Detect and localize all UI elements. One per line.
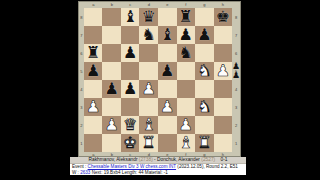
square-d6[interactable] <box>139 44 158 62</box>
square-e1[interactable] <box>158 134 177 152</box>
static-text: Event : <box>72 164 88 169</box>
square-b7[interactable] <box>102 26 121 44</box>
square-f5[interactable] <box>177 62 196 80</box>
info-line: W : 2633 Next: 19.Bxb4 Length: 44 Materi… <box>70 170 246 176</box>
piece-bB[interactable]: ♝ <box>123 8 137 26</box>
square-c4[interactable]: ♟ <box>121 80 140 98</box>
piece-bN[interactable]: ♞ <box>142 26 156 44</box>
square-b4[interactable]: ♟ <box>102 80 121 98</box>
piece-wB[interactable]: ♝ <box>142 116 156 134</box>
square-b6[interactable] <box>102 44 121 62</box>
players-header: Rakhmanov, Aleksandr (2738) - Donchuk, A… <box>70 157 246 164</box>
square-e5[interactable]: ♟ <box>158 62 177 80</box>
square-h4[interactable] <box>214 80 233 98</box>
square-e4[interactable] <box>158 80 177 98</box>
square-f6[interactable]: ♞ <box>177 44 196 62</box>
square-f3[interactable] <box>177 98 196 116</box>
piece-wQ[interactable]: ♛ <box>123 116 137 134</box>
square-d5[interactable] <box>139 62 158 80</box>
square-e8[interactable] <box>158 8 177 26</box>
captured-pawn-icon: ♟ <box>232 71 240 80</box>
square-g4[interactable] <box>195 80 214 98</box>
square-f8[interactable]: ♜ <box>177 8 196 26</box>
piece-bR[interactable]: ♜ <box>179 8 193 26</box>
rank-label-6: 6 <box>232 44 240 62</box>
piece-wK[interactable]: ♚ <box>123 134 137 152</box>
square-h5[interactable]: ♟ <box>214 62 233 80</box>
piece-bB[interactable]: ♝ <box>160 26 174 44</box>
piece-bK[interactable]: ♚ <box>216 8 230 26</box>
static-text: Material: -1 <box>144 170 168 175</box>
square-c3[interactable] <box>121 98 140 116</box>
piece-bP[interactable]: ♟ <box>105 80 119 98</box>
square-c7[interactable] <box>121 26 140 44</box>
square-a4[interactable] <box>84 80 103 98</box>
square-a7[interactable] <box>84 26 103 44</box>
piece-wP[interactable]: ♟ <box>105 116 119 134</box>
white-player-name: Rakhmanov, Aleksandr <box>89 157 138 162</box>
square-d3[interactable] <box>139 98 158 116</box>
square-c8[interactable]: ♝ <box>121 8 140 26</box>
square-d7[interactable]: ♞ <box>139 26 158 44</box>
square-d8[interactable]: ♛ <box>139 8 158 26</box>
square-c2[interactable]: ♛ <box>121 116 140 134</box>
rank-label-4: 4 <box>232 80 240 98</box>
square-f2[interactable]: ♟ <box>177 116 196 134</box>
white-player-rating: (2738) <box>139 157 153 162</box>
piece-wB[interactable]: ♝ <box>179 134 193 152</box>
piece-wP[interactable]: ♟ <box>216 62 230 80</box>
square-a2[interactable] <box>84 116 103 134</box>
square-g7[interactable]: ♟ <box>195 26 214 44</box>
square-g5[interactable]: ♞ <box>195 62 214 80</box>
piece-bN[interactable]: ♞ <box>179 44 193 62</box>
black-player-name: Donchuk, Alexander <box>157 157 200 162</box>
square-e2[interactable] <box>158 116 177 134</box>
static-text: (2023.12.05), Round 2.2, E51 <box>176 164 238 169</box>
square-f7[interactable]: ♟ <box>177 26 196 44</box>
piece-bP[interactable]: ♟ <box>197 26 211 44</box>
square-b1[interactable] <box>102 134 121 152</box>
piece-bP[interactable]: ♟ <box>179 26 193 44</box>
square-h7[interactable] <box>214 26 233 44</box>
rank-label-8: 8 <box>232 8 240 26</box>
piece-wP[interactable]: ♟ <box>160 98 174 116</box>
rank-labels-right: ♟♟ 87654321 <box>232 8 240 152</box>
square-b2[interactable]: ♟ <box>102 116 121 134</box>
piece-bR[interactable]: ♜ <box>86 44 100 62</box>
piece-bQ[interactable]: ♛ <box>142 8 156 26</box>
square-h1[interactable] <box>214 134 233 152</box>
square-h8[interactable]: ♚ <box>214 8 233 26</box>
square-a6[interactable]: ♜ <box>84 44 103 62</box>
square-b3[interactable] <box>102 98 121 116</box>
piece-wP[interactable]: ♟ <box>179 116 193 134</box>
square-c6[interactable]: ♟ <box>121 44 140 62</box>
piece-wR[interactable]: ♜ <box>197 134 211 152</box>
app-window: abcdefgh 87654321 ♝♛♜♚♞♝♟♟♜♟♞♟♟♞♟♟♟♟♟♟♞♟… <box>0 0 320 180</box>
square-g1[interactable]: ♜ <box>195 134 214 152</box>
static-text: Length: 44 <box>121 170 144 175</box>
board-grid: ♝♛♜♚♞♝♟♟♜♟♞♟♟♞♟♟♟♟♟♟♞♟♛♝♟♚♜♝♜ <box>84 8 232 152</box>
piece-bP[interactable]: ♟ <box>123 44 137 62</box>
piece-wR[interactable]: ♜ <box>142 134 156 152</box>
square-c5[interactable] <box>121 62 140 80</box>
square-b8[interactable] <box>102 8 121 26</box>
piece-wN[interactable]: ♞ <box>197 98 211 116</box>
square-h3[interactable] <box>214 98 233 116</box>
chess-board-frame: abcdefgh 87654321 ♝♛♜♚♞♝♟♟♜♟♞♟♟♞♟♟♟♟♟♟♞♟… <box>78 1 241 157</box>
piece-wP[interactable]: ♟ <box>142 80 156 98</box>
square-c1[interactable]: ♚ <box>121 134 140 152</box>
captured-pieces-tray: ♟♟ <box>232 62 240 80</box>
piece-bP[interactable]: ♟ <box>160 62 174 80</box>
hyperlink-text[interactable]: 2633 <box>80 170 90 175</box>
game-result: 0-1 <box>217 157 228 162</box>
rank-label-1: 1 <box>232 134 240 152</box>
static-text: W : <box>72 170 80 175</box>
square-e6[interactable] <box>158 44 177 62</box>
piece-wN[interactable]: ♞ <box>197 62 211 80</box>
square-g2[interactable] <box>195 116 214 134</box>
piece-wP[interactable]: ♟ <box>86 98 100 116</box>
square-h6[interactable] <box>214 44 233 62</box>
square-d2[interactable]: ♝ <box>139 116 158 134</box>
black-player-rating: (2527) <box>201 157 215 162</box>
rank-label-2: 2 <box>232 116 240 134</box>
hyperlink-text[interactable]: Chessable Masters Div 3 W chess.com INT <box>88 164 177 169</box>
square-a1[interactable] <box>84 134 103 152</box>
square-g6[interactable] <box>195 44 214 62</box>
rank-label-3: 3 <box>232 98 240 116</box>
square-f4[interactable] <box>177 80 196 98</box>
square-h2[interactable] <box>214 116 233 134</box>
square-b5[interactable] <box>102 62 121 80</box>
game-info-panel: Rakhmanov, Aleksandr (2738) - Donchuk, A… <box>70 157 246 175</box>
square-d4[interactable]: ♟ <box>139 80 158 98</box>
square-g8[interactable] <box>195 8 214 26</box>
piece-bP[interactable]: ♟ <box>86 62 100 80</box>
square-f1[interactable]: ♝ <box>177 134 196 152</box>
piece-bP[interactable]: ♟ <box>123 80 137 98</box>
square-a8[interactable] <box>84 8 103 26</box>
square-e7[interactable]: ♝ <box>158 26 177 44</box>
static-text: Next: 19.Bxb4 <box>90 170 120 175</box>
square-d1[interactable]: ♜ <box>139 134 158 152</box>
square-a3[interactable]: ♟ <box>84 98 103 116</box>
square-a5[interactable]: ♟ <box>84 62 103 80</box>
square-g3[interactable]: ♞ <box>195 98 214 116</box>
square-e3[interactable]: ♟ <box>158 98 177 116</box>
rank-label-7: 7 <box>232 26 240 44</box>
